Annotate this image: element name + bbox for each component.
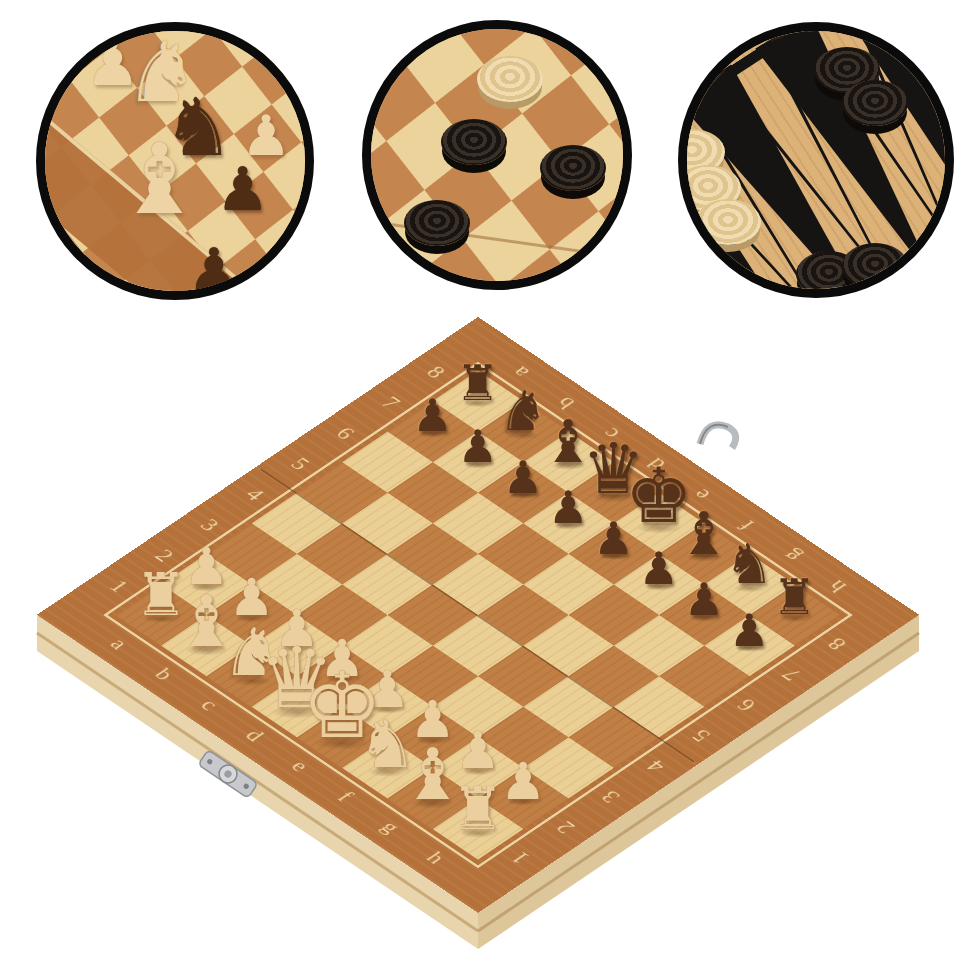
inset-checkers-closeup <box>362 20 632 290</box>
dark-knight[interactable]: ♞ <box>725 538 774 593</box>
chess-closeup-scene: ♟♞♟♞♟♝♟♟ <box>45 31 305 291</box>
closeup-dark-pawn: ♟ <box>216 159 270 219</box>
file-label-a: a <box>104 634 133 654</box>
rank-label-1: 1 <box>104 576 134 597</box>
checker-disc-black <box>441 119 507 165</box>
file-label-g: g <box>375 817 405 838</box>
file-label-far-f: f <box>733 516 760 534</box>
checker-disc-black <box>404 200 470 246</box>
dark-pawn[interactable]: ♟ <box>548 485 588 530</box>
file-label-b: b <box>149 664 179 685</box>
closeup-dark-pawn: ♟ <box>187 240 241 300</box>
file-label-h: h <box>420 847 450 868</box>
rank-label-far-2: 2 <box>550 817 580 838</box>
latch-hook-icon[interactable] <box>700 425 736 448</box>
rank-label-4: 4 <box>239 484 269 505</box>
dark-bishop[interactable]: ♝ <box>678 504 731 563</box>
dark-pawn[interactable]: ♟ <box>593 516 633 561</box>
closeup-light-pawn: ♟ <box>272 35 314 91</box>
file-label-d: d <box>239 725 269 746</box>
closeup-light-bishop: ♝ <box>115 130 203 228</box>
dark-pawn[interactable]: ♟ <box>458 424 498 469</box>
dark-pawn[interactable]: ♟ <box>684 577 724 622</box>
file-label-far-h: h <box>822 576 852 597</box>
rank-label-far-5: 5 <box>686 725 716 746</box>
backgammon-checker-black <box>842 80 908 126</box>
rank-label-far-8: 8 <box>822 633 852 654</box>
rank-label-far-3: 3 <box>596 786 626 807</box>
backgammon-closeup-scene <box>687 31 945 289</box>
rank-label-8: 8 <box>420 362 450 383</box>
checkers-closeup-scene <box>371 29 623 281</box>
backgammon-checker-cream <box>695 199 761 245</box>
product-photo: ♟♞♟♞♟♝♟♟ 1122334455667788aabbccddee <box>0 0 980 980</box>
rank-label-7: 7 <box>375 393 405 414</box>
latch-hook-shade <box>700 425 728 444</box>
dark-pawn[interactable]: ♟ <box>639 546 679 591</box>
rank-label-6: 6 <box>330 423 360 444</box>
dark-knight[interactable]: ♞ <box>498 385 547 440</box>
light-rook[interactable]: ♜ <box>451 779 504 838</box>
light-pawn[interactable]: ♟ <box>500 755 546 806</box>
rank-label-far-7: 7 <box>777 664 807 685</box>
backgammon-checker-black <box>842 243 908 289</box>
inset-chess-closeup: ♟♞♟♞♟♝♟♟ <box>36 22 314 300</box>
dark-rook[interactable]: ♜ <box>456 359 500 408</box>
file-label-f: f <box>331 787 358 805</box>
checker-disc-cream <box>477 56 543 102</box>
dark-rook[interactable]: ♜ <box>773 573 817 622</box>
inset-backgammon-closeup <box>678 22 954 298</box>
file-label-e: e <box>285 756 314 776</box>
dark-pawn[interactable]: ♟ <box>412 393 452 438</box>
file-label-c: c <box>195 695 224 715</box>
dark-pawn[interactable]: ♟ <box>729 607 769 652</box>
rank-label-far-6: 6 <box>731 695 761 716</box>
checker-disc-black <box>540 145 606 191</box>
rank-label-far-1: 1 <box>505 847 535 868</box>
rank-label-far-4: 4 <box>641 756 671 777</box>
rank-label-3: 3 <box>194 515 224 536</box>
rank-label-5: 5 <box>285 454 315 475</box>
dark-pawn[interactable]: ♟ <box>503 454 543 499</box>
file-label-far-g: g <box>777 545 807 566</box>
